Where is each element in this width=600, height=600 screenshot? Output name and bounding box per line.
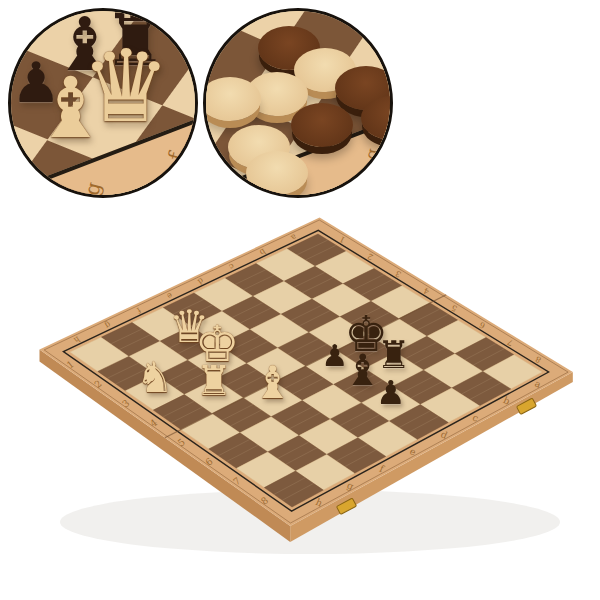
- dark-checker-disc: [291, 103, 353, 147]
- closeup-file-label-g: g: [79, 179, 105, 197]
- chess-pieces-closeup-inset: gf ♟♝♜♝♛: [8, 8, 198, 198]
- light-checker-disc: [246, 151, 308, 195]
- product-photo: 1122334455667788aabbccddeeffgghh ♛♚♚♟♜♝♞…: [0, 0, 600, 600]
- checkers-closeup-inset: hgf: [203, 8, 393, 198]
- white-queen-closeup: ♛: [81, 37, 171, 137]
